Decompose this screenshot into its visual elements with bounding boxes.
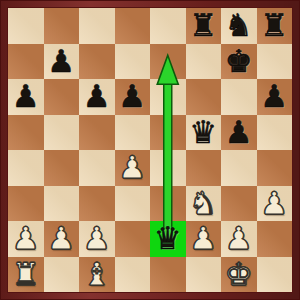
black-pawn[interactable]: ♟ (79, 79, 115, 115)
black-rook[interactable]: ♜ (257, 8, 293, 44)
black-rook[interactable]: ♜ (186, 8, 222, 44)
square-f3[interactable]: ♞ (186, 186, 222, 222)
square-a5[interactable] (8, 115, 44, 151)
square-d5[interactable] (115, 115, 151, 151)
square-c7[interactable] (79, 44, 115, 80)
square-b5[interactable] (44, 115, 80, 151)
square-e5[interactable] (150, 115, 186, 151)
square-a8[interactable] (8, 8, 44, 44)
square-g5[interactable]: ♟ (221, 115, 257, 151)
white-pawn[interactable]: ♟ (44, 221, 80, 257)
square-b7[interactable]: ♟ (44, 44, 80, 80)
square-d8[interactable] (115, 8, 151, 44)
square-g3[interactable] (221, 186, 257, 222)
black-queen[interactable]: ♛ (150, 221, 186, 257)
chess-board[interactable]: ♜♞♜♟♚♟♟♟♟♛♟♟♞♟♟♟♟♛♟♟♜♝♚ (8, 8, 292, 292)
square-h5[interactable] (257, 115, 293, 151)
square-d2[interactable] (115, 221, 151, 257)
square-c2[interactable]: ♟ (79, 221, 115, 257)
square-c4[interactable] (79, 150, 115, 186)
square-c3[interactable] (79, 186, 115, 222)
white-king[interactable]: ♚ (221, 257, 257, 293)
chess-app: ♜♞♜♟♚♟♟♟♟♛♟♟♞♟♟♟♟♛♟♟♜♝♚ (0, 0, 300, 300)
square-e6[interactable] (150, 79, 186, 115)
white-rook[interactable]: ♜ (8, 257, 44, 293)
square-f2[interactable]: ♟ (186, 221, 222, 257)
square-h2[interactable] (257, 221, 293, 257)
square-f4[interactable] (186, 150, 222, 186)
square-b4[interactable] (44, 150, 80, 186)
square-a2[interactable]: ♟ (8, 221, 44, 257)
square-a7[interactable] (8, 44, 44, 80)
square-f1[interactable] (186, 257, 222, 293)
square-c5[interactable] (79, 115, 115, 151)
square-d6[interactable]: ♟ (115, 79, 151, 115)
square-a6[interactable]: ♟ (8, 79, 44, 115)
black-pawn[interactable]: ♟ (257, 79, 293, 115)
square-e2[interactable]: ♛ (150, 221, 186, 257)
white-pawn[interactable]: ♟ (8, 221, 44, 257)
square-h3[interactable]: ♟ (257, 186, 293, 222)
square-c1[interactable]: ♝ (79, 257, 115, 293)
black-queen[interactable]: ♛ (186, 115, 222, 151)
square-f8[interactable]: ♜ (186, 8, 222, 44)
square-b6[interactable] (44, 79, 80, 115)
square-g2[interactable]: ♟ (221, 221, 257, 257)
black-knight[interactable]: ♞ (221, 8, 257, 44)
black-pawn[interactable]: ♟ (221, 115, 257, 151)
square-c8[interactable] (79, 8, 115, 44)
white-pawn[interactable]: ♟ (79, 221, 115, 257)
square-b2[interactable]: ♟ (44, 221, 80, 257)
white-bishop[interactable]: ♝ (79, 257, 115, 293)
square-d3[interactable] (115, 186, 151, 222)
white-pawn[interactable]: ♟ (115, 150, 151, 186)
square-b8[interactable] (44, 8, 80, 44)
square-e1[interactable] (150, 257, 186, 293)
square-e4[interactable] (150, 150, 186, 186)
square-h6[interactable]: ♟ (257, 79, 293, 115)
square-d7[interactable] (115, 44, 151, 80)
square-e8[interactable] (150, 8, 186, 44)
square-c6[interactable]: ♟ (79, 79, 115, 115)
square-f5[interactable]: ♛ (186, 115, 222, 151)
square-e7[interactable] (150, 44, 186, 80)
square-g1[interactable]: ♚ (221, 257, 257, 293)
square-d1[interactable] (115, 257, 151, 293)
square-g8[interactable]: ♞ (221, 8, 257, 44)
square-a3[interactable] (8, 186, 44, 222)
square-h8[interactable]: ♜ (257, 8, 293, 44)
square-h1[interactable] (257, 257, 293, 293)
square-f6[interactable] (186, 79, 222, 115)
square-e3[interactable] (150, 186, 186, 222)
square-d4[interactable]: ♟ (115, 150, 151, 186)
white-pawn[interactable]: ♟ (221, 221, 257, 257)
square-a4[interactable] (8, 150, 44, 186)
black-pawn[interactable]: ♟ (115, 79, 151, 115)
square-f7[interactable] (186, 44, 222, 80)
black-king[interactable]: ♚ (221, 44, 257, 80)
square-b3[interactable] (44, 186, 80, 222)
square-h7[interactable] (257, 44, 293, 80)
square-g4[interactable] (221, 150, 257, 186)
black-pawn[interactable]: ♟ (44, 44, 80, 80)
white-pawn[interactable]: ♟ (186, 221, 222, 257)
square-a1[interactable]: ♜ (8, 257, 44, 293)
white-pawn[interactable]: ♟ (257, 186, 293, 222)
square-h4[interactable] (257, 150, 293, 186)
white-knight[interactable]: ♞ (186, 186, 222, 222)
black-pawn[interactable]: ♟ (8, 79, 44, 115)
square-g7[interactable]: ♚ (221, 44, 257, 80)
square-g6[interactable] (221, 79, 257, 115)
square-b1[interactable] (44, 257, 80, 293)
